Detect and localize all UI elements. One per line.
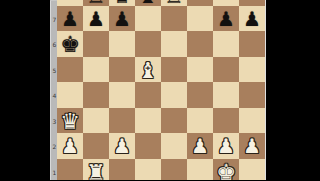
square-d3[interactable]: [135, 108, 161, 134]
square-b5[interactable]: [83, 57, 109, 83]
piece-black-rook[interactable]: ♜: [164, 0, 184, 9]
square-g7[interactable]: ♟: [213, 6, 239, 32]
square-g5[interactable]: [213, 57, 239, 83]
piece-white-pawn[interactable]: ♟: [217, 134, 235, 160]
square-g6[interactable]: [213, 31, 239, 57]
square-e1[interactable]: [161, 159, 187, 181]
square-f5[interactable]: [187, 57, 213, 83]
piece-white-queen[interactable]: ♛: [60, 109, 80, 135]
square-g4[interactable]: [213, 82, 239, 108]
square-e6[interactable]: [161, 31, 187, 57]
square-b7[interactable]: ♟: [83, 6, 109, 32]
square-d1[interactable]: [135, 159, 161, 181]
piece-white-rook[interactable]: ♜: [86, 160, 106, 181]
square-f2[interactable]: ♟: [187, 133, 213, 159]
square-c2[interactable]: ♟: [109, 133, 135, 159]
piece-black-pawn[interactable]: ♟: [87, 7, 105, 33]
square-e7[interactable]: [161, 6, 187, 32]
piece-black-pawn[interactable]: ♟: [243, 7, 261, 33]
square-h2[interactable]: ♟: [239, 133, 265, 159]
square-h4[interactable]: [239, 82, 265, 108]
square-e5[interactable]: [161, 57, 187, 83]
square-c3[interactable]: [109, 108, 135, 134]
square-d6[interactable]: [135, 31, 161, 57]
square-c4[interactable]: [109, 82, 135, 108]
piece-white-pawn[interactable]: ♟: [243, 134, 261, 160]
piece-black-bishop[interactable]: ♝: [138, 0, 158, 9]
square-a4[interactable]: [57, 82, 83, 108]
rank-label-strip: 7654321: [50, 0, 57, 180]
square-e3[interactable]: [161, 108, 187, 134]
square-b4[interactable]: [83, 82, 109, 108]
square-h6[interactable]: [239, 31, 265, 57]
piece-white-bishop[interactable]: ♝: [138, 58, 158, 84]
square-d5[interactable]: ♝: [135, 57, 161, 83]
square-b8[interactable]: ♜: [83, 0, 109, 6]
piece-black-pawn[interactable]: ♟: [113, 7, 131, 33]
square-a1[interactable]: [57, 159, 83, 181]
square-e4[interactable]: [161, 82, 187, 108]
piece-white-pawn[interactable]: ♟: [191, 134, 209, 160]
square-d4[interactable]: [135, 82, 161, 108]
screenshot-frame: 7654321 ♜♛♝♜♟♟♟♟♟♚♝♛♟♟♟♟♟♜♚: [0, 0, 320, 180]
piece-black-king[interactable]: ♚: [60, 32, 80, 58]
square-a6[interactable]: ♚: [57, 31, 83, 57]
square-e2[interactable]: [161, 133, 187, 159]
square-g2[interactable]: ♟: [213, 133, 239, 159]
piece-white-pawn[interactable]: ♟: [113, 134, 131, 160]
square-f6[interactable]: [187, 31, 213, 57]
square-h5[interactable]: [239, 57, 265, 83]
chess-board[interactable]: ♜♛♝♜♟♟♟♟♟♚♝♛♟♟♟♟♟♜♚: [57, 0, 265, 180]
square-g1[interactable]: ♚: [213, 159, 239, 181]
piece-black-pawn[interactable]: ♟: [61, 7, 79, 33]
square-a5[interactable]: [57, 57, 83, 83]
square-c6[interactable]: [109, 31, 135, 57]
square-f1[interactable]: [187, 159, 213, 181]
square-h7[interactable]: ♟: [239, 6, 265, 32]
square-f4[interactable]: [187, 82, 213, 108]
square-d7[interactable]: [135, 6, 161, 32]
square-c8[interactable]: ♛: [109, 0, 135, 6]
square-b6[interactable]: [83, 31, 109, 57]
square-b1[interactable]: ♜: [83, 159, 109, 181]
square-b2[interactable]: [83, 133, 109, 159]
square-h3[interactable]: [239, 108, 265, 134]
square-d8[interactable]: ♝: [135, 0, 161, 6]
square-b3[interactable]: [83, 108, 109, 134]
piece-white-king[interactable]: ♚: [216, 160, 236, 181]
piece-black-pawn[interactable]: ♟: [217, 7, 235, 33]
square-a3[interactable]: ♛: [57, 108, 83, 134]
square-c1[interactable]: [109, 159, 135, 181]
square-c7[interactable]: ♟: [109, 6, 135, 32]
square-f3[interactable]: [187, 108, 213, 134]
square-c5[interactable]: [109, 57, 135, 83]
square-f7[interactable]: [187, 6, 213, 32]
square-g3[interactable]: [213, 108, 239, 134]
square-d2[interactable]: [135, 133, 161, 159]
piece-white-pawn[interactable]: ♟: [61, 134, 79, 160]
square-e8[interactable]: ♜: [161, 0, 187, 6]
square-a2[interactable]: ♟: [57, 133, 83, 159]
square-h1[interactable]: [239, 159, 265, 181]
square-a7[interactable]: ♟: [57, 6, 83, 32]
